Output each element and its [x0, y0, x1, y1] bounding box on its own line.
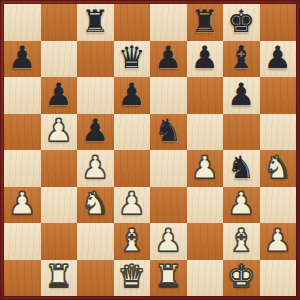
square-b2[interactable]	[41, 223, 78, 260]
square-d7[interactable]: ♛	[114, 41, 151, 78]
square-f4[interactable]: ♟	[187, 150, 224, 187]
black-pawn-e7: ♟	[154, 42, 182, 73]
square-a3[interactable]: ♟	[4, 187, 41, 224]
square-e7[interactable]: ♟	[150, 41, 187, 78]
square-e8[interactable]	[150, 4, 187, 41]
square-h2[interactable]: ♟	[260, 223, 297, 260]
black-pawn-c5: ♟	[81, 115, 109, 146]
white-bishop-g2: ♝	[227, 225, 255, 256]
square-b5[interactable]: ♟	[41, 114, 78, 151]
square-a2[interactable]	[4, 223, 41, 260]
square-d1[interactable]: ♛	[114, 260, 151, 297]
square-e2[interactable]: ♟	[150, 223, 187, 260]
chess-board: ♜♜♚♟♛♟♟♝♟♟♟♟♟♟♞♟♟♞♞♟♞♟♟♝♟♝♟♜♛♜♚	[4, 4, 296, 296]
white-pawn-e2: ♟	[154, 225, 182, 256]
square-a4[interactable]	[4, 150, 41, 187]
square-a1[interactable]	[4, 260, 41, 297]
square-h3[interactable]	[260, 187, 297, 224]
square-c4[interactable]: ♟	[77, 150, 114, 187]
square-g7[interactable]: ♝	[223, 41, 260, 78]
square-f5[interactable]	[187, 114, 224, 151]
square-c5[interactable]: ♟	[77, 114, 114, 151]
square-b6[interactable]: ♟	[41, 77, 78, 114]
black-bishop-g7: ♝	[227, 42, 255, 73]
square-e6[interactable]	[150, 77, 187, 114]
square-d8[interactable]	[114, 4, 151, 41]
white-pawn-a3: ♟	[8, 188, 36, 219]
square-d5[interactable]	[114, 114, 151, 151]
square-f3[interactable]	[187, 187, 224, 224]
black-queen-d7: ♛	[118, 42, 146, 73]
square-g1[interactable]: ♚	[223, 260, 260, 297]
square-d6[interactable]: ♟	[114, 77, 151, 114]
square-c1[interactable]	[77, 260, 114, 297]
black-rook-c8: ♜	[81, 6, 109, 37]
black-knight-e5: ♞	[154, 115, 182, 146]
square-b8[interactable]	[41, 4, 78, 41]
square-h1[interactable]	[260, 260, 297, 297]
square-h8[interactable]	[260, 4, 297, 41]
square-h6[interactable]	[260, 77, 297, 114]
square-e5[interactable]: ♞	[150, 114, 187, 151]
square-d3[interactable]: ♟	[114, 187, 151, 224]
square-e1[interactable]: ♜	[150, 260, 187, 297]
black-knight-g4: ♞	[227, 152, 255, 183]
white-bishop-d2: ♝	[118, 225, 146, 256]
black-pawn-g6: ♟	[227, 79, 255, 110]
square-d4[interactable]	[114, 150, 151, 187]
white-king-g1: ♚	[227, 261, 255, 292]
square-f8[interactable]: ♜	[187, 4, 224, 41]
square-c7[interactable]	[77, 41, 114, 78]
chess-board-frame: ♜♜♚♟♛♟♟♝♟♟♟♟♟♟♞♟♟♞♞♟♞♟♟♝♟♝♟♜♛♜♚	[0, 0, 300, 300]
white-pawn-d3: ♟	[118, 188, 146, 219]
square-c3[interactable]: ♞	[77, 187, 114, 224]
black-pawn-b6: ♟	[45, 79, 73, 110]
square-h4[interactable]: ♞	[260, 150, 297, 187]
square-d2[interactable]: ♝	[114, 223, 151, 260]
white-pawn-g3: ♟	[227, 188, 255, 219]
black-rook-f8: ♜	[191, 6, 219, 37]
black-pawn-f7: ♟	[191, 42, 219, 73]
square-b3[interactable]	[41, 187, 78, 224]
square-c6[interactable]	[77, 77, 114, 114]
white-pawn-c4: ♟	[81, 152, 109, 183]
square-g6[interactable]: ♟	[223, 77, 260, 114]
square-a6[interactable]	[4, 77, 41, 114]
square-b4[interactable]	[41, 150, 78, 187]
square-c2[interactable]	[77, 223, 114, 260]
square-g3[interactable]: ♟	[223, 187, 260, 224]
square-g8[interactable]: ♚	[223, 4, 260, 41]
square-e4[interactable]	[150, 150, 187, 187]
black-pawn-h7: ♟	[264, 42, 292, 73]
white-pawn-f4: ♟	[191, 152, 219, 183]
square-h5[interactable]	[260, 114, 297, 151]
square-g4[interactable]: ♞	[223, 150, 260, 187]
square-e3[interactable]	[150, 187, 187, 224]
square-c8[interactable]: ♜	[77, 4, 114, 41]
square-g2[interactable]: ♝	[223, 223, 260, 260]
square-g5[interactable]	[223, 114, 260, 151]
black-pawn-d6: ♟	[118, 79, 146, 110]
white-rook-e1: ♜	[154, 261, 182, 292]
square-f6[interactable]	[187, 77, 224, 114]
square-b7[interactable]	[41, 41, 78, 78]
white-rook-b1: ♜	[45, 261, 73, 292]
white-pawn-h2: ♟	[264, 225, 292, 256]
black-pawn-a7: ♟	[8, 42, 36, 73]
square-b1[interactable]: ♜	[41, 260, 78, 297]
white-queen-d1: ♛	[118, 261, 146, 292]
square-a5[interactable]	[4, 114, 41, 151]
square-a7[interactable]: ♟	[4, 41, 41, 78]
square-f1[interactable]	[187, 260, 224, 297]
white-knight-c3: ♞	[81, 188, 109, 219]
square-a8[interactable]	[4, 4, 41, 41]
black-king-g8: ♚	[227, 6, 255, 37]
white-pawn-b5: ♟	[45, 115, 73, 146]
square-f7[interactable]: ♟	[187, 41, 224, 78]
white-knight-h4: ♞	[264, 152, 292, 183]
square-h7[interactable]: ♟	[260, 41, 297, 78]
square-f2[interactable]	[187, 223, 224, 260]
